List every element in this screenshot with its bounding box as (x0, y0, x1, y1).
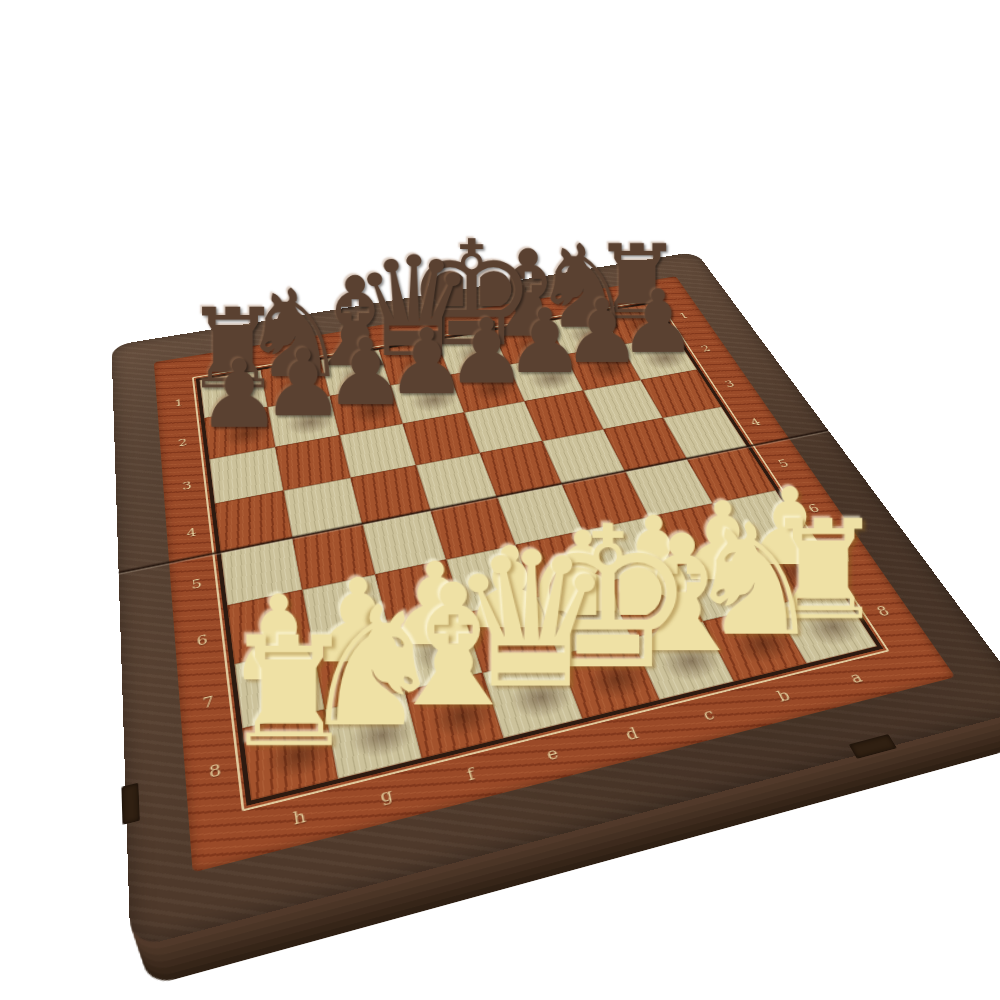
scene: hgfedcba1234567812345678 ♜♞♝♚♛♝♞♜♟♟♟♟♟♟♟… (0, 0, 1000, 1000)
pieces-layer: ♜♞♝♚♛♝♞♜♟♟♟♟♟♟♟♟♟♟♟♟♟♟♟♟♜♞♝♚♛♝♞♜ (200, 303, 877, 800)
piece-glyph: ♟ (197, 348, 281, 442)
board-3d: hgfedcba1234567812345678 ♜♞♝♚♛♝♞♜♟♟♟♟♟♟♟… (111, 252, 1000, 950)
piece-glyph: ♜ (222, 617, 358, 768)
product-photo-backdrop: hgfedcba1234567812345678 ♜♞♝♚♛♝♞♜♟♟♟♟♟♟♟… (0, 0, 1000, 1000)
latch-notch (121, 783, 140, 825)
